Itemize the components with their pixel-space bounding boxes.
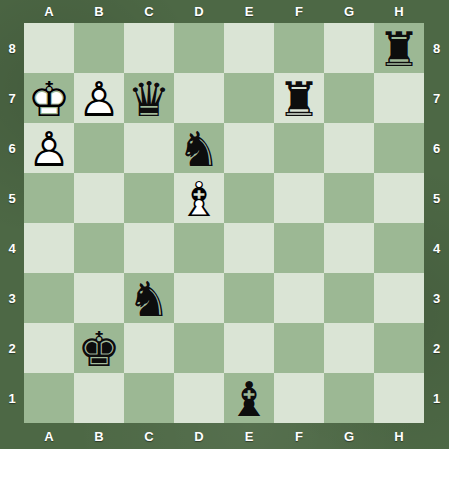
rank-labels-right: 87654321 bbox=[424, 23, 449, 423]
square-c7[interactable]: ♛ bbox=[124, 73, 174, 123]
square-f8[interactable] bbox=[274, 23, 324, 73]
file-label-f: F bbox=[274, 423, 324, 449]
piece-black-rook[interactable]: ♜ bbox=[374, 23, 424, 73]
piece-white-pawn[interactable]: ♟♙ bbox=[74, 73, 124, 123]
square-a1[interactable] bbox=[24, 373, 74, 423]
square-b6[interactable] bbox=[74, 123, 124, 173]
square-f4[interactable] bbox=[274, 223, 324, 273]
file-labels-top: ABCDEFGH bbox=[24, 0, 424, 23]
square-f5[interactable] bbox=[274, 173, 324, 223]
rank-label-2: 2 bbox=[424, 323, 449, 373]
square-b8[interactable] bbox=[74, 23, 124, 73]
square-d8[interactable] bbox=[174, 23, 224, 73]
file-label-e: E bbox=[224, 0, 274, 23]
square-e7[interactable] bbox=[224, 73, 274, 123]
square-c4[interactable] bbox=[124, 223, 174, 273]
square-d4[interactable] bbox=[174, 223, 224, 273]
square-a7[interactable]: ♚♔ bbox=[24, 73, 74, 123]
square-d1[interactable] bbox=[174, 373, 224, 423]
square-f7[interactable]: ♜ bbox=[274, 73, 324, 123]
rank-label-7: 7 bbox=[424, 73, 449, 123]
square-d5[interactable]: ♝♗ bbox=[174, 173, 224, 223]
square-a3[interactable] bbox=[24, 273, 74, 323]
square-g5[interactable] bbox=[324, 173, 374, 223]
square-d2[interactable] bbox=[174, 323, 224, 373]
square-b2[interactable]: ♚ bbox=[74, 323, 124, 373]
square-e2[interactable] bbox=[224, 323, 274, 373]
square-b4[interactable] bbox=[74, 223, 124, 273]
rank-labels-left: 87654321 bbox=[0, 23, 24, 423]
piece-black-king[interactable]: ♚ bbox=[74, 323, 124, 373]
file-label-g: G bbox=[324, 0, 374, 23]
square-f1[interactable] bbox=[274, 373, 324, 423]
square-h1[interactable] bbox=[374, 373, 424, 423]
square-e1[interactable]: ♝ bbox=[224, 373, 274, 423]
black-rook-glyph: ♜ bbox=[374, 23, 424, 73]
file-label-h: H bbox=[374, 423, 424, 449]
rank-label-3: 3 bbox=[424, 273, 449, 323]
square-c5[interactable] bbox=[124, 173, 174, 223]
rank-label-4: 4 bbox=[424, 223, 449, 273]
rank-label-5: 5 bbox=[0, 173, 24, 223]
square-d7[interactable] bbox=[174, 73, 224, 123]
square-c6[interactable] bbox=[124, 123, 174, 173]
square-c3[interactable]: ♞ bbox=[124, 273, 174, 323]
square-c1[interactable] bbox=[124, 373, 174, 423]
white-pawn-outline: ♙ bbox=[74, 73, 124, 123]
rank-label-8: 8 bbox=[424, 23, 449, 73]
square-h8[interactable]: ♜ bbox=[374, 23, 424, 73]
square-h4[interactable] bbox=[374, 223, 424, 273]
white-pawn-outline: ♙ bbox=[24, 123, 74, 173]
piece-black-knight[interactable]: ♞ bbox=[174, 123, 224, 173]
square-b5[interactable] bbox=[74, 173, 124, 223]
rank-label-5: 5 bbox=[424, 173, 449, 223]
piece-white-bishop[interactable]: ♝♗ bbox=[174, 173, 224, 223]
square-e8[interactable] bbox=[224, 23, 274, 73]
square-e3[interactable] bbox=[224, 273, 274, 323]
square-h2[interactable] bbox=[374, 323, 424, 373]
square-e6[interactable] bbox=[224, 123, 274, 173]
file-label-a: A bbox=[24, 423, 74, 449]
file-labels-bottom: ABCDEFGH bbox=[24, 423, 424, 449]
square-e4[interactable] bbox=[224, 223, 274, 273]
square-h6[interactable] bbox=[374, 123, 424, 173]
square-a2[interactable] bbox=[24, 323, 74, 373]
square-g7[interactable] bbox=[324, 73, 374, 123]
file-label-g: G bbox=[324, 423, 374, 449]
square-b1[interactable] bbox=[74, 373, 124, 423]
black-queen-glyph: ♛ bbox=[124, 73, 174, 123]
black-king-glyph: ♚ bbox=[74, 323, 124, 373]
square-d3[interactable] bbox=[174, 273, 224, 323]
piece-white-pawn[interactable]: ♟♙ bbox=[24, 123, 74, 173]
square-g4[interactable] bbox=[324, 223, 374, 273]
rank-label-1: 1 bbox=[424, 373, 449, 423]
chess-board: ♜♚♔♟♙♛♜♟♙♞♝♗♞♚♝ bbox=[24, 23, 424, 423]
piece-black-knight[interactable]: ♞ bbox=[124, 273, 174, 323]
piece-black-rook[interactable]: ♜ bbox=[274, 73, 324, 123]
square-c2[interactable] bbox=[124, 323, 174, 373]
piece-black-bishop[interactable]: ♝ bbox=[224, 373, 274, 423]
square-g3[interactable] bbox=[324, 273, 374, 323]
white-king-outline: ♔ bbox=[24, 73, 74, 123]
square-e5[interactable] bbox=[224, 173, 274, 223]
square-a6[interactable]: ♟♙ bbox=[24, 123, 74, 173]
square-h3[interactable] bbox=[374, 273, 424, 323]
file-label-b: B bbox=[74, 423, 124, 449]
rank-label-2: 2 bbox=[0, 323, 24, 373]
black-bishop-glyph: ♝ bbox=[224, 373, 274, 423]
white-bishop-outline: ♗ bbox=[174, 173, 224, 223]
square-a4[interactable] bbox=[24, 223, 74, 273]
square-f6[interactable] bbox=[274, 123, 324, 173]
file-label-b: B bbox=[74, 0, 124, 23]
black-rook-glyph: ♜ bbox=[274, 73, 324, 123]
piece-white-king[interactable]: ♚♔ bbox=[24, 73, 74, 123]
file-label-c: C bbox=[124, 0, 174, 23]
black-knight-glyph: ♞ bbox=[174, 123, 224, 173]
square-g8[interactable] bbox=[324, 23, 374, 73]
rank-label-6: 6 bbox=[0, 123, 24, 173]
square-a5[interactable] bbox=[24, 173, 74, 223]
square-f3[interactable] bbox=[274, 273, 324, 323]
square-g6[interactable] bbox=[324, 123, 374, 173]
file-label-d: D bbox=[174, 423, 224, 449]
square-d6[interactable]: ♞ bbox=[174, 123, 224, 173]
square-b3[interactable] bbox=[74, 273, 124, 323]
rank-label-6: 6 bbox=[424, 123, 449, 173]
rank-label-7: 7 bbox=[0, 73, 24, 123]
rank-label-8: 8 bbox=[0, 23, 24, 73]
square-h7[interactable] bbox=[374, 73, 424, 123]
rank-label-3: 3 bbox=[0, 273, 24, 323]
file-label-c: C bbox=[124, 423, 174, 449]
square-c8[interactable] bbox=[124, 23, 174, 73]
file-label-h: H bbox=[374, 0, 424, 23]
square-h5[interactable] bbox=[374, 173, 424, 223]
file-label-d: D bbox=[174, 0, 224, 23]
square-b7[interactable]: ♟♙ bbox=[74, 73, 124, 123]
chess-board-frame: ABCDEFGH ABCDEFGH 87654321 87654321 ♜♚♔♟… bbox=[0, 0, 449, 449]
file-label-f: F bbox=[274, 0, 324, 23]
file-label-a: A bbox=[24, 0, 74, 23]
piece-black-queen[interactable]: ♛ bbox=[124, 73, 174, 123]
square-g2[interactable] bbox=[324, 323, 374, 373]
square-g1[interactable] bbox=[324, 373, 374, 423]
square-f2[interactable] bbox=[274, 323, 324, 373]
black-knight-glyph: ♞ bbox=[124, 273, 174, 323]
rank-label-1: 1 bbox=[0, 373, 24, 423]
square-a8[interactable] bbox=[24, 23, 74, 73]
rank-label-4: 4 bbox=[0, 223, 24, 273]
